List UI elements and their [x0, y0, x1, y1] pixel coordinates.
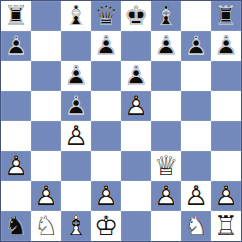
- square-e2[interactable]: [121, 181, 151, 211]
- piece-white-pawn[interactable]: ♟♙: [151, 181, 181, 211]
- white-rook-outline-glyph: ♖: [211, 211, 241, 241]
- white-knight-outline-glyph: ♘: [181, 211, 211, 241]
- white-pawn-outline-glyph: ♙: [181, 181, 211, 211]
- chess-board: ♜♖♝♗♛♕♚♔♝♗♜♖♟♙♟♙♟♙♟♙♟♙♟♙♟♙♟♙♟♙♟♙♟♙♛♕♟♙♟♙…: [0, 0, 242, 242]
- square-f1[interactable]: [151, 211, 181, 241]
- piece-white-knight[interactable]: ♞♘: [31, 211, 61, 241]
- square-a3[interactable]: ♟♙: [1, 151, 31, 181]
- piece-black-pawn[interactable]: ♟♙: [61, 91, 91, 121]
- white-bishop-outline-glyph: ♗: [61, 211, 91, 241]
- white-pawn-fill-glyph: ♟: [91, 181, 121, 211]
- piece-white-king[interactable]: ♚♔: [91, 211, 121, 241]
- piece-white-queen[interactable]: ♛♕: [151, 151, 181, 181]
- black-rook-outline-glyph: ♖: [211, 1, 241, 31]
- square-b8[interactable]: [31, 1, 61, 31]
- black-pawn-fill-glyph: ♟: [121, 61, 151, 91]
- piece-white-pawn[interactable]: ♟♙: [181, 181, 211, 211]
- piece-black-pawn[interactable]: ♟♙: [91, 31, 121, 61]
- square-c7[interactable]: [61, 31, 91, 61]
- white-pawn-outline-glyph: ♙: [151, 181, 181, 211]
- square-b1[interactable]: ♞♘: [31, 211, 61, 241]
- black-pawn-fill-glyph: ♟: [61, 61, 91, 91]
- square-c8[interactable]: ♝♗: [61, 1, 91, 31]
- piece-white-pawn[interactable]: ♟♙: [121, 91, 151, 121]
- square-b3[interactable]: [31, 151, 61, 181]
- white-pawn-fill-glyph: ♟: [211, 181, 241, 211]
- square-h6[interactable]: [211, 61, 241, 91]
- square-f6[interactable]: [151, 61, 181, 91]
- square-e7[interactable]: [121, 31, 151, 61]
- square-h2[interactable]: ♟♙: [211, 181, 241, 211]
- square-d7[interactable]: ♟♙: [91, 31, 121, 61]
- black-pawn-fill-glyph: ♟: [1, 31, 31, 61]
- square-g8[interactable]: [181, 1, 211, 31]
- piece-black-queen[interactable]: ♛♕: [91, 1, 121, 31]
- black-queen-fill-glyph: ♛: [91, 1, 121, 31]
- piece-white-rook[interactable]: ♜♖: [211, 211, 241, 241]
- square-g4[interactable]: [181, 121, 211, 151]
- square-b5[interactable]: [31, 91, 61, 121]
- black-pawn-outline-glyph: ♙: [1, 31, 31, 61]
- black-pawn-outline-glyph: ♙: [61, 61, 91, 91]
- square-a6[interactable]: [1, 61, 31, 91]
- square-b4[interactable]: [31, 121, 61, 151]
- white-pawn-fill-glyph: ♟: [151, 181, 181, 211]
- square-e8[interactable]: ♚♔: [121, 1, 151, 31]
- square-g6[interactable]: [181, 61, 211, 91]
- white-bishop-fill-glyph: ♝: [61, 211, 91, 241]
- white-queen-outline-glyph: ♕: [151, 151, 181, 181]
- piece-black-pawn[interactable]: ♟♙: [151, 31, 181, 61]
- square-e3[interactable]: [121, 151, 151, 181]
- piece-black-pawn[interactable]: ♟♙: [181, 31, 211, 61]
- black-rook-outline-glyph: ♖: [1, 1, 31, 31]
- white-pawn-fill-glyph: ♟: [31, 181, 61, 211]
- black-pawn-outline-glyph: ♙: [181, 31, 211, 61]
- piece-white-knight[interactable]: ♞♘: [181, 211, 211, 241]
- piece-black-bishop[interactable]: ♝♗: [61, 1, 91, 31]
- white-knight-outline-glyph: ♘: [31, 211, 61, 241]
- piece-white-pawn[interactable]: ♟♙: [211, 181, 241, 211]
- piece-black-bishop[interactable]: ♝♗: [151, 1, 181, 31]
- square-h5[interactable]: [211, 91, 241, 121]
- black-bishop-fill-glyph: ♝: [61, 1, 91, 31]
- square-g1[interactable]: ♞♘: [181, 211, 211, 241]
- piece-black-pawn[interactable]: ♟♙: [1, 31, 31, 61]
- square-h1[interactable]: ♜♖: [211, 211, 241, 241]
- piece-black-pawn[interactable]: ♟♙: [61, 61, 91, 91]
- black-pawn-fill-glyph: ♟: [181, 31, 211, 61]
- black-pawn-outline-glyph: ♙: [91, 31, 121, 61]
- square-d5[interactable]: [91, 91, 121, 121]
- black-pawn-fill-glyph: ♟: [61, 91, 91, 121]
- black-pawn-outline-glyph: ♙: [121, 61, 151, 91]
- square-e1[interactable]: [121, 211, 151, 241]
- white-pawn-fill-glyph: ♟: [181, 181, 211, 211]
- white-pawn-outline-glyph: ♙: [31, 181, 61, 211]
- piece-white-pawn[interactable]: ♟♙: [31, 181, 61, 211]
- black-king-fill-glyph: ♚: [121, 1, 151, 31]
- square-c3[interactable]: [61, 151, 91, 181]
- piece-black-rook[interactable]: ♜♖: [211, 1, 241, 31]
- black-king-outline-glyph: ♔: [121, 1, 151, 31]
- piece-white-bishop[interactable]: ♝♗: [61, 211, 91, 241]
- square-d4[interactable]: [91, 121, 121, 151]
- square-g7[interactable]: ♟♙: [181, 31, 211, 61]
- white-pawn-outline-glyph: ♙: [91, 181, 121, 211]
- square-e6[interactable]: ♟♙: [121, 61, 151, 91]
- black-bishop-outline-glyph: ♗: [61, 1, 91, 31]
- white-knight-fill-glyph: ♞: [31, 211, 61, 241]
- square-h8[interactable]: ♜♖: [211, 1, 241, 31]
- square-a7[interactable]: ♟♙: [1, 31, 31, 61]
- piece-white-pawn[interactable]: ♟♙: [1, 151, 31, 181]
- square-h3[interactable]: [211, 151, 241, 181]
- square-a1[interactable]: ♞♘: [1, 211, 31, 241]
- black-queen-outline-glyph: ♕: [91, 1, 121, 31]
- black-bishop-fill-glyph: ♝: [151, 1, 181, 31]
- white-pawn-fill-glyph: ♟: [1, 151, 31, 181]
- square-f3[interactable]: ♛♕: [151, 151, 181, 181]
- square-b6[interactable]: [31, 61, 61, 91]
- piece-white-pawn[interactable]: ♟♙: [91, 181, 121, 211]
- square-b2[interactable]: ♟♙: [31, 181, 61, 211]
- square-f5[interactable]: [151, 91, 181, 121]
- square-a4[interactable]: [1, 121, 31, 151]
- white-pawn-outline-glyph: ♙: [1, 151, 31, 181]
- white-pawn-outline-glyph: ♙: [121, 91, 151, 121]
- square-d8[interactable]: ♛♕: [91, 1, 121, 31]
- square-c5[interactable]: ♟♙: [61, 91, 91, 121]
- square-f4[interactable]: [151, 121, 181, 151]
- piece-black-king[interactable]: ♚♔: [121, 1, 151, 31]
- white-pawn-fill-glyph: ♟: [61, 121, 91, 151]
- black-pawn-outline-glyph: ♙: [151, 31, 181, 61]
- white-pawn-outline-glyph: ♙: [211, 181, 241, 211]
- white-king-outline-glyph: ♔: [91, 211, 121, 241]
- square-d2[interactable]: ♟♙: [91, 181, 121, 211]
- white-pawn-fill-glyph: ♟: [121, 91, 151, 121]
- square-g5[interactable]: [181, 91, 211, 121]
- piece-black-pawn[interactable]: ♟♙: [211, 31, 241, 61]
- square-g2[interactable]: ♟♙: [181, 181, 211, 211]
- square-e4[interactable]: [121, 121, 151, 151]
- square-c4[interactable]: ♟♙: [61, 121, 91, 151]
- square-f7[interactable]: ♟♙: [151, 31, 181, 61]
- white-knight-fill-glyph: ♞: [181, 211, 211, 241]
- piece-white-pawn[interactable]: ♟♙: [61, 121, 91, 151]
- piece-black-pawn[interactable]: ♟♙: [121, 61, 151, 91]
- square-d1[interactable]: ♚♔: [91, 211, 121, 241]
- black-pawn-fill-glyph: ♟: [211, 31, 241, 61]
- square-d3[interactable]: [91, 151, 121, 181]
- square-h4[interactable]: [211, 121, 241, 151]
- white-rook-fill-glyph: ♜: [211, 211, 241, 241]
- square-c1[interactable]: ♝♗: [61, 211, 91, 241]
- black-pawn-fill-glyph: ♟: [151, 31, 181, 61]
- piece-black-knight[interactable]: ♞♘: [1, 211, 31, 241]
- square-e5[interactable]: ♟♙: [121, 91, 151, 121]
- white-king-fill-glyph: ♚: [91, 211, 121, 241]
- black-rook-fill-glyph: ♜: [1, 1, 31, 31]
- square-h7[interactable]: ♟♙: [211, 31, 241, 61]
- square-a8[interactable]: ♜♖: [1, 1, 31, 31]
- black-pawn-outline-glyph: ♙: [61, 91, 91, 121]
- square-b7[interactable]: [31, 31, 61, 61]
- piece-black-rook[interactable]: ♜♖: [1, 1, 31, 31]
- black-knight-fill-glyph: ♞: [1, 211, 31, 241]
- square-f8[interactable]: ♝♗: [151, 1, 181, 31]
- black-pawn-fill-glyph: ♟: [91, 31, 121, 61]
- square-g3[interactable]: [181, 151, 211, 181]
- black-rook-fill-glyph: ♜: [211, 1, 241, 31]
- square-f2[interactable]: ♟♙: [151, 181, 181, 211]
- square-c2[interactable]: [61, 181, 91, 211]
- square-c6[interactable]: ♟♙: [61, 61, 91, 91]
- square-d6[interactable]: [91, 61, 121, 91]
- square-a5[interactable]: [1, 91, 31, 121]
- white-pawn-outline-glyph: ♙: [61, 121, 91, 151]
- black-knight-outline-glyph: ♘: [1, 211, 31, 241]
- black-bishop-outline-glyph: ♗: [151, 1, 181, 31]
- black-pawn-outline-glyph: ♙: [211, 31, 241, 61]
- white-queen-fill-glyph: ♛: [151, 151, 181, 181]
- square-a2[interactable]: [1, 181, 31, 211]
